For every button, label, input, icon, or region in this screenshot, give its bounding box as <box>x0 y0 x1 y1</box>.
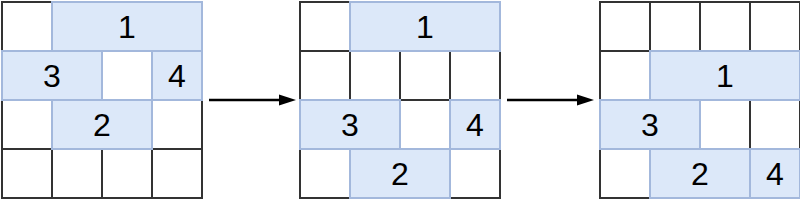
piece-3[interactable]: 3 <box>299 99 401 150</box>
empty-cell <box>399 50 451 101</box>
empty-cell <box>349 50 401 101</box>
empty-cell <box>101 148 153 199</box>
puzzle-sequence: 1342 1342 1324 <box>0 0 800 201</box>
empty-cell <box>699 1 751 52</box>
puzzle-board-state-1: 1342 <box>1 1 203 199</box>
empty-cell <box>299 1 351 52</box>
piece-2[interactable]: 2 <box>349 148 451 199</box>
empty-cell <box>449 148 501 199</box>
empty-cell <box>1 99 53 150</box>
empty-cell <box>101 50 153 101</box>
empty-cell <box>399 99 451 150</box>
piece-4[interactable]: 4 <box>749 148 800 199</box>
transition-arrow-icon <box>206 92 298 108</box>
empty-cell <box>299 50 351 101</box>
empty-cell <box>1 148 53 199</box>
piece-4[interactable]: 4 <box>449 99 501 150</box>
piece-2[interactable]: 2 <box>51 99 153 150</box>
puzzle-board-state-2: 1342 <box>299 1 501 199</box>
empty-cell <box>749 99 800 150</box>
empty-cell <box>1 1 53 52</box>
empty-cell <box>599 1 651 52</box>
piece-1[interactable]: 1 <box>51 1 203 52</box>
transition-arrow-icon <box>504 92 596 108</box>
piece-3[interactable]: 3 <box>599 99 701 150</box>
puzzle-board-state-3: 1324 <box>599 1 800 199</box>
piece-3[interactable]: 3 <box>1 50 103 101</box>
piece-4[interactable]: 4 <box>151 50 203 101</box>
piece-1[interactable]: 1 <box>349 1 501 52</box>
empty-cell <box>649 1 701 52</box>
empty-cell <box>151 99 203 150</box>
empty-cell <box>449 50 501 101</box>
piece-2[interactable]: 2 <box>649 148 751 199</box>
empty-cell <box>151 148 203 199</box>
empty-cell <box>599 50 651 101</box>
empty-cell <box>699 99 751 150</box>
empty-cell <box>599 148 651 199</box>
empty-cell <box>51 148 103 199</box>
empty-cell <box>299 148 351 199</box>
empty-cell <box>749 1 800 52</box>
piece-1[interactable]: 1 <box>649 50 800 101</box>
